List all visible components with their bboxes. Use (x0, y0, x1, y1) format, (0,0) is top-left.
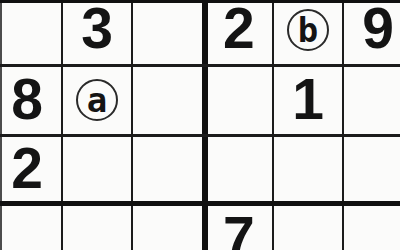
cell-r1c6[interactable]: 9 (343, 0, 400, 65)
cell-r2c5[interactable]: 1 (273, 65, 343, 135)
cell-r3c2[interactable] (62, 135, 132, 203)
given-digit-8: 8 (11, 71, 43, 128)
cell-r3c5[interactable] (273, 135, 343, 203)
cell-r2c2[interactable]: a (62, 65, 132, 135)
grid-line-v-5 (342, 0, 345, 250)
cell-r4c2[interactable] (62, 203, 132, 250)
given-digit-7: 7 (223, 209, 255, 250)
sudoku-board: 32b98a127 (0, 0, 400, 250)
given-digit-1: 1 (292, 71, 324, 128)
circled-letter-a: a (76, 79, 118, 121)
given-digit-2: 2 (11, 140, 43, 197)
circled-letter-b: b (287, 9, 329, 51)
cell-r4c5[interactable] (273, 203, 343, 250)
cell-r2c3[interactable] (132, 65, 205, 135)
cell-r4c3[interactable] (132, 203, 205, 250)
grid-line-v-box (202, 0, 208, 250)
cell-r2c6[interactable] (343, 65, 400, 135)
grid-line-h-box (0, 201, 400, 206)
grid-line-h-top-box (0, 0, 400, 3)
given-digit-9: 9 (362, 0, 394, 57)
cell-r1c4[interactable]: 2 (205, 0, 274, 65)
cell-r3c6[interactable] (343, 135, 400, 203)
cell-r1c2[interactable]: 3 (62, 0, 132, 65)
grid-line-h-1 (0, 64, 400, 68)
grid-line-v-left-edge (0, 0, 2, 250)
cell-r3c4[interactable] (205, 135, 274, 203)
cell-r3c1[interactable]: 2 (0, 135, 62, 203)
grid-line-h-2 (0, 134, 400, 137)
cell-r1c3[interactable] (132, 0, 205, 65)
cell-r3c3[interactable] (132, 135, 205, 203)
cell-r1c1[interactable] (0, 0, 62, 65)
cell-r2c1[interactable]: 8 (0, 65, 62, 135)
given-digit-2: 2 (223, 0, 255, 57)
cell-r4c6[interactable] (343, 203, 400, 250)
grid-line-v-4 (272, 0, 275, 250)
grid-line-v-1 (61, 0, 63, 250)
cell-r4c1[interactable] (0, 203, 62, 250)
grid-line-v-2 (131, 0, 133, 250)
cell-r4c4[interactable]: 7 (205, 203, 274, 250)
given-digit-3: 3 (81, 0, 113, 57)
cell-r2c4[interactable] (205, 65, 274, 135)
cell-r1c5[interactable]: b (273, 0, 343, 65)
